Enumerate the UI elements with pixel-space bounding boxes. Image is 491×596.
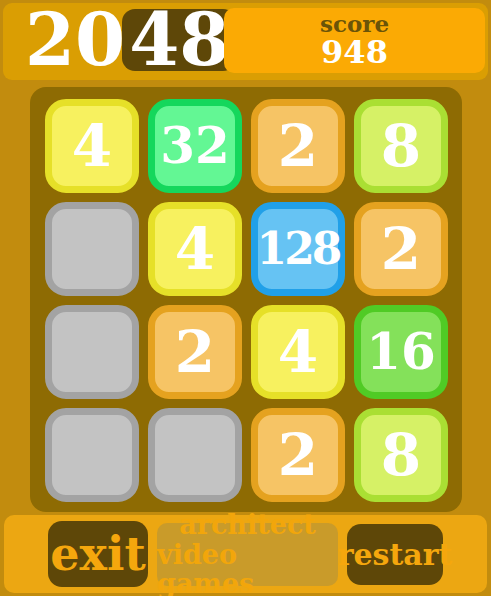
tile-32-r1c2: 32 <box>148 99 242 193</box>
tile-value: 2 <box>278 426 318 484</box>
score-value: 948 <box>321 36 388 70</box>
logo-left-digits: 20 <box>25 4 125 76</box>
logo-dark-box: 48 <box>122 9 236 71</box>
tile-4-r3c3: 4 <box>251 305 345 399</box>
exit-button-label: exit <box>50 527 145 581</box>
tile-8-r4c4: 8 <box>354 408 448 502</box>
restart-button[interactable]: restart <box>347 524 443 585</box>
restart-button-label: restart <box>338 537 453 572</box>
header-band: 2048 score 948 <box>3 3 488 80</box>
empty-cell-r2c1 <box>45 202 139 296</box>
tile-2-r2c4: 2 <box>354 202 448 296</box>
tile-4-r2c2: 4 <box>148 202 242 296</box>
tile-value: 128 <box>257 227 340 271</box>
credit-line-1: architect <box>179 510 316 540</box>
tile-value: 2 <box>381 220 421 278</box>
logo-right-digits: 48 <box>129 4 229 76</box>
tile-value: 4 <box>175 220 215 278</box>
tile-2-r3c2: 2 <box>148 305 242 399</box>
footer-band: exit architect video games restart <box>4 515 487 593</box>
tile-value: 2 <box>278 117 318 175</box>
tile-value: 2 <box>175 323 215 381</box>
tile-value: 4 <box>278 323 318 381</box>
tile-value: 4 <box>72 117 112 175</box>
tile-16-r3c4: 16 <box>354 305 448 399</box>
tile-8-r1c4: 8 <box>354 99 448 193</box>
tile-value: 16 <box>366 327 436 377</box>
tile-value: 8 <box>381 426 421 484</box>
tile-4-r1c1: 4 <box>45 99 139 193</box>
exit-button[interactable]: exit <box>48 521 148 587</box>
tile-128-r2c3: 128 <box>251 202 345 296</box>
credit-button[interactable]: architect video games <box>157 523 338 586</box>
tile-value: 32 <box>160 121 230 171</box>
tile-value: 8 <box>381 117 421 175</box>
tile-2-r4c3: 2 <box>251 408 345 502</box>
game-2048-app: 2048 score 948 4322841282241628 exit arc… <box>0 0 491 596</box>
empty-cell-r4c2 <box>148 408 242 502</box>
board-grid[interactable]: 4322841282241628 <box>30 87 462 512</box>
credit-line-2: video games <box>157 540 338 596</box>
game-logo: 2048 <box>25 3 236 77</box>
empty-cell-r4c1 <box>45 408 139 502</box>
empty-cell-r3c1 <box>45 305 139 399</box>
tile-2-r1c3: 2 <box>251 99 345 193</box>
score-box: score 948 <box>224 8 485 73</box>
